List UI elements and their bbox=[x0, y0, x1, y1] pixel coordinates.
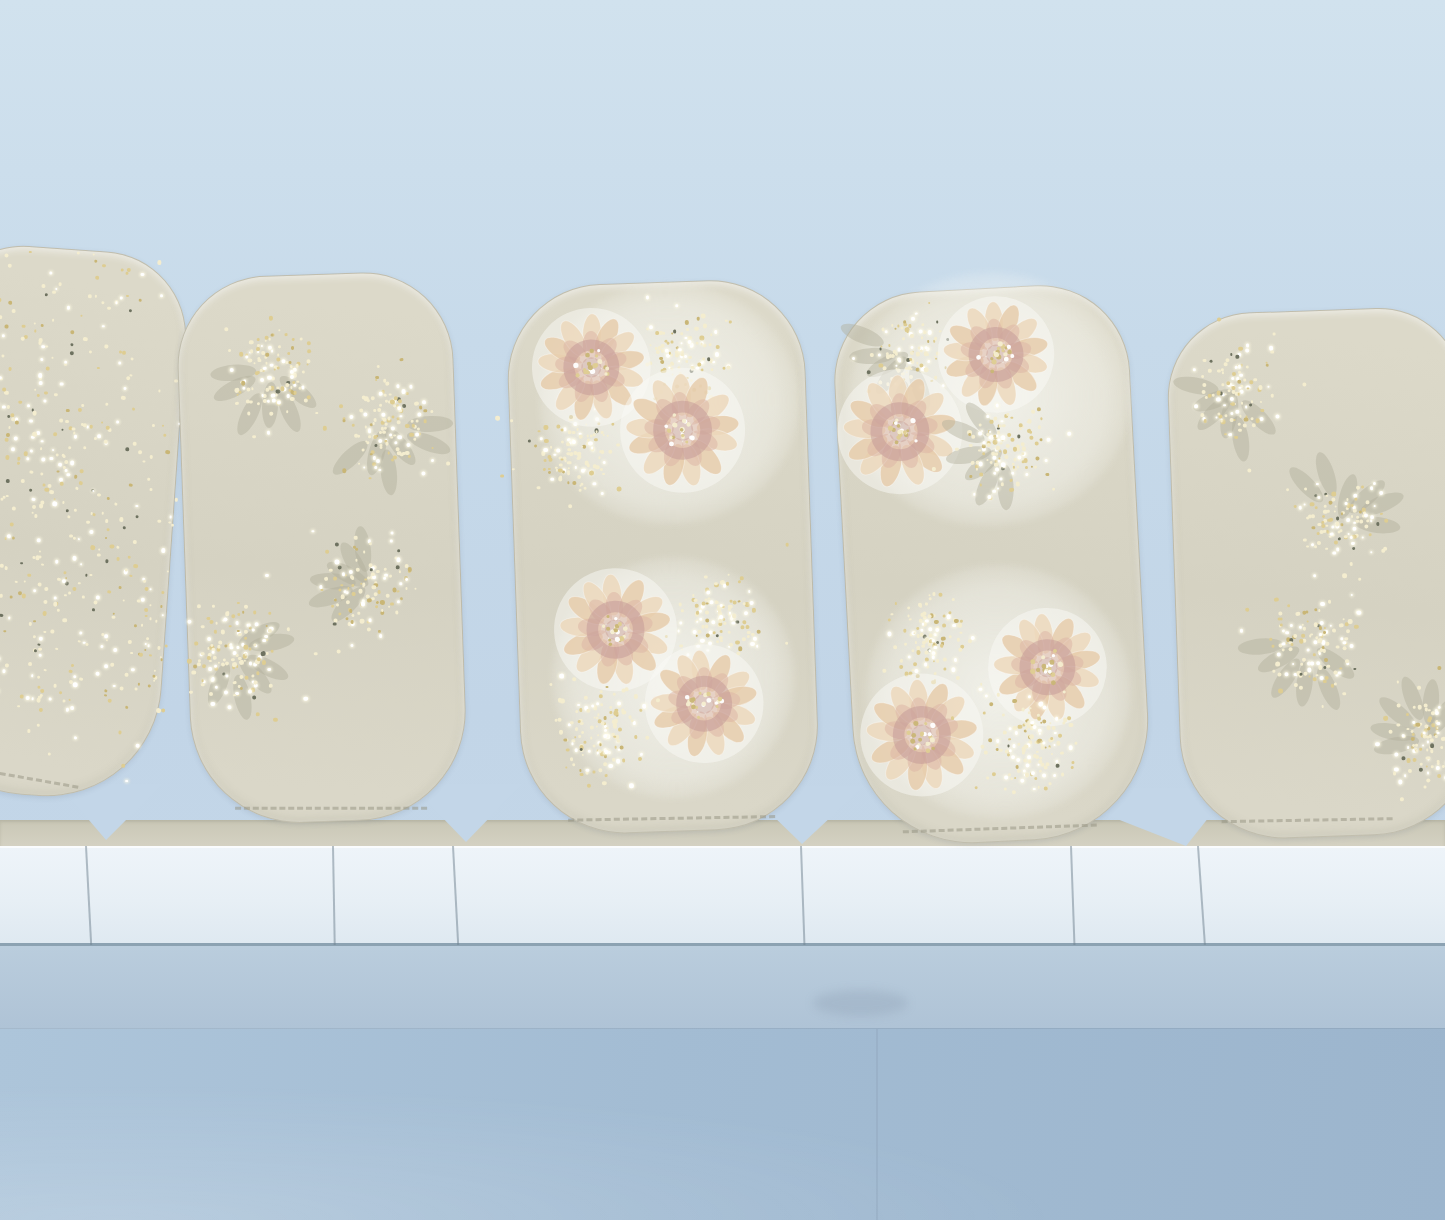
pressed-flower bbox=[597, 345, 768, 516]
nail-wrap-2 bbox=[175, 269, 470, 826]
perforation-line bbox=[569, 815, 776, 822]
leaf-sprig-icon bbox=[296, 338, 472, 514]
nail-wraps-layer bbox=[0, 0, 1445, 1220]
glitter-cluster bbox=[175, 590, 289, 710]
perforation-line bbox=[0, 762, 78, 788]
glitter-cluster bbox=[545, 671, 657, 787]
nail-wrap-4 bbox=[830, 281, 1155, 850]
perforation-line bbox=[235, 807, 427, 810]
photo-nail-wrap-sheet bbox=[0, 0, 1445, 1220]
leaf-sprig-icon bbox=[914, 359, 1093, 538]
glitter-cluster bbox=[949, 391, 1059, 506]
glitter-cluster bbox=[313, 528, 421, 642]
leaf-sprig-icon bbox=[144, 562, 320, 738]
glitter-cluster bbox=[972, 685, 1090, 807]
glitter-cluster bbox=[328, 368, 440, 484]
nail-wrap-5 bbox=[1165, 305, 1445, 842]
perforation-line bbox=[903, 824, 1097, 834]
glitter-cluster bbox=[1184, 339, 1284, 446]
nail-wrap-3 bbox=[504, 277, 821, 837]
glitter-cluster bbox=[1376, 682, 1445, 793]
